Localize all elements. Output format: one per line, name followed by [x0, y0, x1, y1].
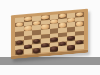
square-r8c7[interactable]: ⛂ — [67, 45, 76, 50]
square-r8c4[interactable] — [41, 47, 50, 52]
square-r8c3[interactable]: ⛂ — [32, 48, 41, 53]
square-r8c5[interactable]: ⛂ — [50, 47, 59, 52]
square-r8c8[interactable] — [75, 44, 84, 49]
dark-piece[interactable]: ⛂ — [67, 45, 75, 50]
square-r8c1[interactable]: ⛂ — [15, 50, 24, 55]
photo-background: ⛀⛀⛀⛀⛀⛀⛀⛀⛀⛀⛀⛀⛂⛂⛂⛂⛂⛂⛂⛂⛂⛂⛂⛂ — [0, 0, 100, 75]
dark-piece[interactable]: ⛂ — [50, 47, 58, 52]
square-r8c2[interactable] — [24, 49, 33, 54]
board-grid: ⛀⛀⛀⛀⛀⛀⛀⛀⛀⛀⛀⛀⛂⛂⛂⛂⛂⛂⛂⛂⛂⛂⛂⛂ — [15, 12, 84, 55]
dark-piece[interactable]: ⛂ — [16, 50, 24, 55]
square-r8c6[interactable] — [58, 46, 67, 51]
checkers-board: ⛀⛀⛀⛀⛀⛀⛀⛀⛀⛀⛀⛀⛂⛂⛂⛂⛂⛂⛂⛂⛂⛂⛂⛂ — [11, 9, 88, 60]
dark-piece[interactable]: ⛂ — [33, 48, 41, 53]
